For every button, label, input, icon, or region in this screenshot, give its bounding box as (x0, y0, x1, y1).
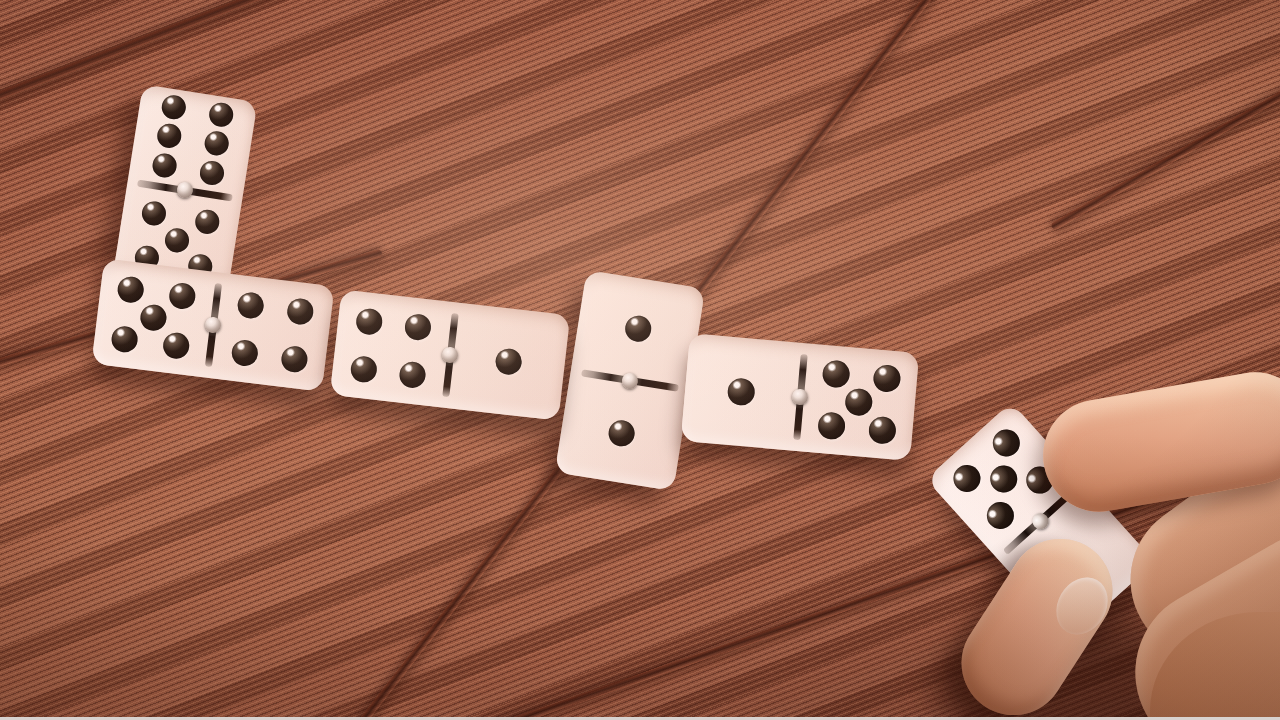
pip (947, 459, 985, 497)
pip (607, 417, 637, 447)
half-6-pips (128, 84, 257, 195)
pip (404, 312, 433, 341)
pip (230, 339, 259, 368)
pip (139, 303, 168, 332)
pip (160, 93, 187, 120)
pip (623, 313, 653, 343)
half-4-pips (330, 289, 453, 407)
pip (726, 377, 755, 406)
pip (168, 281, 197, 310)
half-4-pips (210, 273, 335, 392)
pip (844, 388, 873, 417)
pip (117, 275, 146, 304)
half-1-pips (555, 374, 689, 491)
pip (155, 122, 182, 149)
pip (981, 496, 1019, 534)
half-1-pips (447, 303, 570, 421)
pip (279, 345, 308, 374)
pip (163, 226, 190, 253)
pip (350, 355, 379, 384)
pip (162, 332, 191, 361)
pip (285, 297, 314, 326)
pip (817, 411, 846, 440)
half-5-pips (91, 258, 216, 377)
dominoes-photo-scene (0, 0, 1280, 720)
pip (208, 101, 235, 128)
pip (151, 151, 178, 178)
pip (236, 291, 265, 320)
half-1-pips (681, 333, 801, 450)
domino-1-5[interactable] (681, 333, 920, 461)
pip (141, 200, 168, 227)
pip (199, 159, 226, 186)
pip (987, 423, 1025, 461)
pip (821, 359, 850, 388)
pip (494, 347, 523, 376)
pip (355, 307, 384, 336)
pip (398, 361, 427, 390)
half-1-pips (571, 269, 705, 386)
half-5-pips (799, 344, 919, 461)
pip (984, 460, 1022, 498)
pip (872, 364, 901, 393)
pip (203, 130, 230, 157)
pip (868, 416, 897, 445)
pip (193, 208, 220, 235)
pip (110, 325, 139, 354)
